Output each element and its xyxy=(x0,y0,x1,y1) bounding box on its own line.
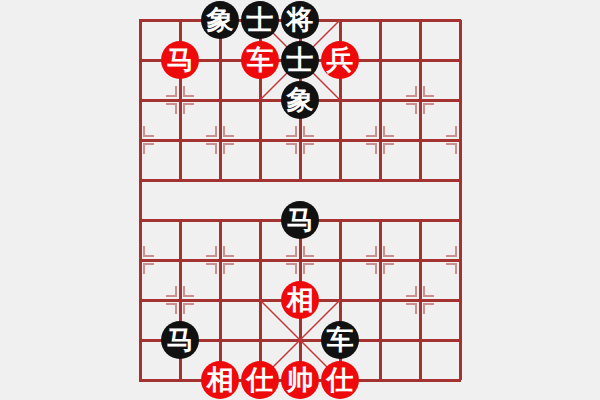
piece-black-king[interactable]: 将 xyxy=(281,1,319,39)
piece-red-horse[interactable]: 马 xyxy=(161,41,199,79)
piece-black-horse[interactable]: 马 xyxy=(281,201,319,239)
pieces-layer: 象士将马车士兵象马相马车相仕帅仕 xyxy=(120,0,480,400)
piece-glyph: 士 xyxy=(247,6,274,33)
piece-glyph: 将 xyxy=(287,6,314,33)
piece-glyph: 车 xyxy=(327,326,354,353)
piece-glyph: 仕 xyxy=(327,366,354,393)
piece-black-horse[interactable]: 马 xyxy=(161,321,199,359)
piece-red-elephant[interactable]: 相 xyxy=(281,281,319,319)
piece-black-elephant[interactable]: 象 xyxy=(281,81,319,119)
piece-glyph: 相 xyxy=(287,286,314,313)
piece-glyph: 车 xyxy=(247,46,274,73)
xiangqi-diagram: 象士将马车士兵象马相马车相仕帅仕 xyxy=(0,0,600,400)
piece-red-advisor[interactable]: 仕 xyxy=(321,361,359,399)
piece-black-advisor[interactable]: 士 xyxy=(281,41,319,79)
piece-glyph: 士 xyxy=(287,46,314,73)
piece-glyph: 象 xyxy=(287,86,314,113)
piece-glyph: 仕 xyxy=(247,366,274,393)
piece-black-chariot[interactable]: 车 xyxy=(321,321,359,359)
piece-glyph: 马 xyxy=(167,326,194,353)
piece-glyph: 帅 xyxy=(287,366,314,393)
piece-red-king[interactable]: 帅 xyxy=(281,361,319,399)
piece-red-soldier[interactable]: 兵 xyxy=(321,41,359,79)
piece-glyph: 马 xyxy=(167,46,194,73)
piece-black-elephant[interactable]: 象 xyxy=(201,1,239,39)
piece-red-chariot[interactable]: 车 xyxy=(241,41,279,79)
piece-glyph: 象 xyxy=(207,6,234,33)
piece-glyph: 相 xyxy=(207,366,234,393)
piece-red-advisor[interactable]: 仕 xyxy=(241,361,279,399)
piece-red-elephant[interactable]: 相 xyxy=(201,361,239,399)
piece-glyph: 兵 xyxy=(327,46,354,73)
piece-black-advisor[interactable]: 士 xyxy=(241,1,279,39)
piece-glyph: 马 xyxy=(287,206,314,233)
